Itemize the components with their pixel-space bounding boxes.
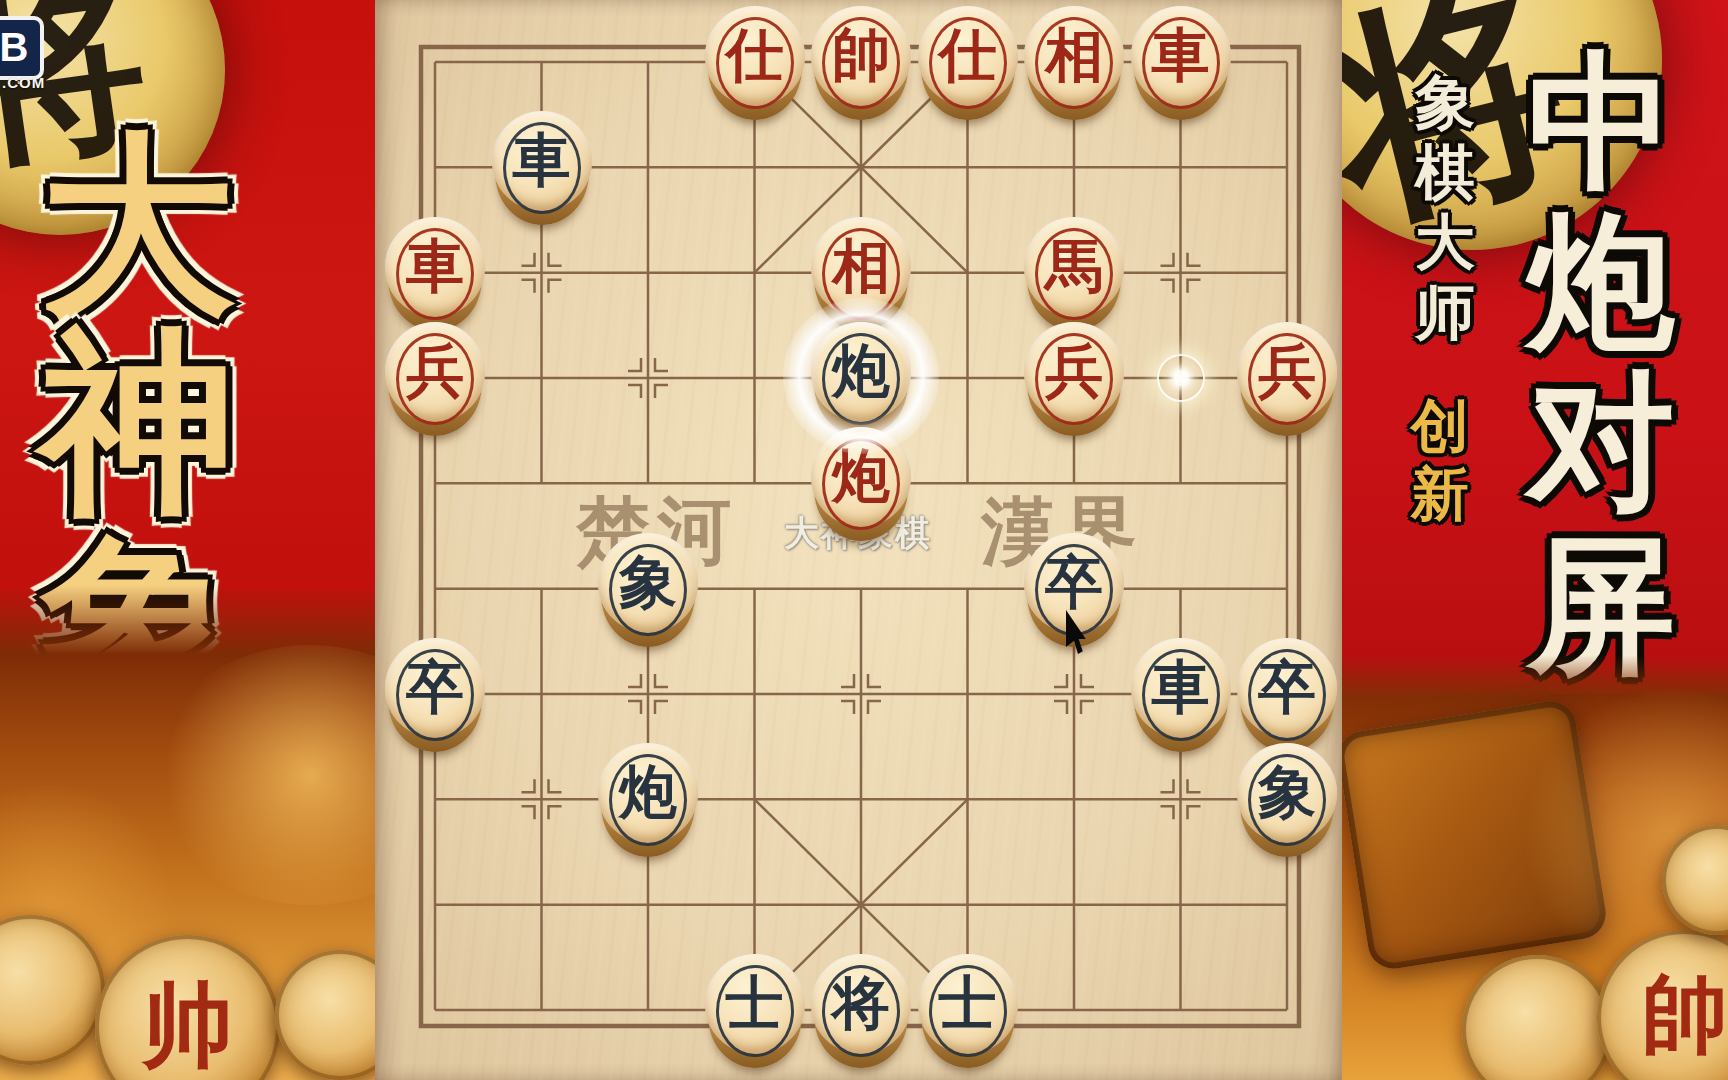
- point-marker: [1161, 280, 1174, 293]
- right-subtitle-char: 师: [1415, 283, 1475, 343]
- black-advisor-piece[interactable]: 士: [705, 954, 805, 1068]
- point-marker: [868, 701, 881, 714]
- point-marker: [522, 779, 535, 792]
- black-cannon-piece[interactable]: 炮: [598, 743, 698, 857]
- piece-character: 卒: [1237, 638, 1337, 738]
- piece-character: 卒: [385, 638, 485, 738]
- piece-character: 士: [705, 954, 805, 1054]
- right-subtitle-char: 大: [1415, 213, 1475, 273]
- red-soldier-piece[interactable]: 兵: [385, 322, 485, 436]
- right-subtitle2-char: 新: [1411, 466, 1469, 524]
- point-marker: [841, 674, 854, 687]
- black-king-piece[interactable]: 将: [811, 954, 911, 1068]
- decor-treasure-photo-right: 帥: [1342, 655, 1728, 1080]
- piece-character: 仕: [705, 6, 805, 106]
- point-marker: [1054, 674, 1067, 687]
- point-marker: [1188, 253, 1201, 266]
- red-advisor-piece[interactable]: 仕: [918, 6, 1018, 120]
- piece-character: 将: [811, 954, 911, 1054]
- point-marker: [522, 806, 535, 819]
- black-chariot-piece[interactable]: 車: [1131, 638, 1231, 752]
- decor-coin: [1462, 955, 1612, 1080]
- piece-character: 象: [598, 533, 698, 633]
- black-advisor-piece[interactable]: 士: [918, 954, 1018, 1068]
- selected-piece-halo: [783, 298, 939, 454]
- point-marker: [628, 385, 641, 398]
- point-marker: [1081, 674, 1094, 687]
- piece-character: 仕: [918, 6, 1018, 106]
- black-chariot-piece[interactable]: 車: [492, 111, 592, 225]
- red-chariot-piece[interactable]: 車: [385, 217, 485, 331]
- black-elephant-piece[interactable]: 象: [598, 533, 698, 647]
- red-horse-piece[interactable]: 馬: [1024, 217, 1124, 331]
- red-chariot-piece[interactable]: 車: [1131, 6, 1231, 120]
- right-banner-panel: 将 象棋大师 创新 中炮对屏风马 帥: [1342, 0, 1728, 1080]
- red-soldier-piece[interactable]: 兵: [1237, 322, 1337, 436]
- red-soldier-piece[interactable]: 兵: [1024, 322, 1124, 436]
- point-marker: [1188, 280, 1201, 293]
- piece-character: 炮: [598, 743, 698, 843]
- point-marker: [1161, 253, 1174, 266]
- point-marker: [522, 280, 535, 293]
- point-marker: [1161, 806, 1174, 819]
- piece-character: 兵: [1237, 322, 1337, 422]
- black-elephant-piece[interactable]: 象: [1237, 743, 1337, 857]
- point-marker: [549, 806, 562, 819]
- piece-character: 兵: [1024, 322, 1124, 422]
- point-marker: [1054, 701, 1067, 714]
- point-marker: [1161, 779, 1174, 792]
- right-subtitle-char: 棋: [1415, 143, 1475, 203]
- black-soldier-piece[interactable]: 卒: [385, 638, 485, 752]
- piece-character: 象: [1237, 743, 1337, 843]
- piece-character: 馬: [1024, 217, 1124, 317]
- right-subtitle2-char: 创: [1411, 398, 1469, 456]
- piece-character: 帥: [811, 6, 911, 106]
- red-king-piece[interactable]: 帥: [811, 6, 911, 120]
- piece-character: 車: [1131, 638, 1231, 738]
- right-title-char: 对: [1527, 369, 1675, 517]
- point-marker: [628, 358, 641, 371]
- piece-character: 士: [918, 954, 1018, 1054]
- point-marker: [655, 701, 668, 714]
- point-marker: [868, 674, 881, 687]
- point-marker: [549, 779, 562, 792]
- point-marker: [549, 253, 562, 266]
- piece-character: 車: [492, 111, 592, 211]
- point-marker: [841, 701, 854, 714]
- piece-character: 車: [385, 217, 485, 317]
- point-marker: [655, 385, 668, 398]
- right-subtitle-char: 象: [1415, 73, 1475, 133]
- piece-character: 車: [1131, 6, 1231, 106]
- piece-character: 兵: [385, 322, 485, 422]
- right-title-char: 中: [1527, 49, 1675, 197]
- black-soldier-piece[interactable]: 卒: [1237, 638, 1337, 752]
- point-marker: [1188, 779, 1201, 792]
- right-title-char: 炮: [1527, 209, 1675, 357]
- point-marker: [549, 280, 562, 293]
- point-marker: [1188, 806, 1201, 819]
- xiangqi-video-frame: 将 B .COM 大神象棋 帅 楚 河 漢 界 大神象棋 仕帥仕相車車車相馬兵炮…: [0, 0, 1728, 1080]
- point-marker: [1081, 701, 1094, 714]
- piece-character: 相: [1024, 6, 1124, 106]
- point-marker: [628, 674, 641, 687]
- red-advisor-piece[interactable]: 仕: [705, 6, 805, 120]
- point-marker: [655, 358, 668, 371]
- piece-character: 卒: [1024, 533, 1124, 633]
- point-marker: [655, 674, 668, 687]
- move-highlight-dot[interactable]: [1157, 354, 1205, 402]
- red-elephant-piece[interactable]: 相: [1024, 6, 1124, 120]
- point-marker: [522, 253, 535, 266]
- point-marker: [628, 701, 641, 714]
